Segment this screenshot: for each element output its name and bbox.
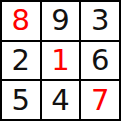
number-grid-board: 893216547 [0, 0, 121, 121]
cell-r2c0: 5 [2, 81, 40, 119]
cell-r2c2: 7 [81, 81, 119, 119]
cell-r1c2: 6 [81, 42, 119, 80]
cell-r0c1: 9 [42, 2, 80, 40]
cell-r1c1: 1 [42, 42, 80, 80]
cell-r0c0: 8 [2, 2, 40, 40]
cell-r2c1: 4 [42, 81, 80, 119]
cell-r1c0: 2 [2, 42, 40, 80]
cell-r0c2: 3 [81, 2, 119, 40]
